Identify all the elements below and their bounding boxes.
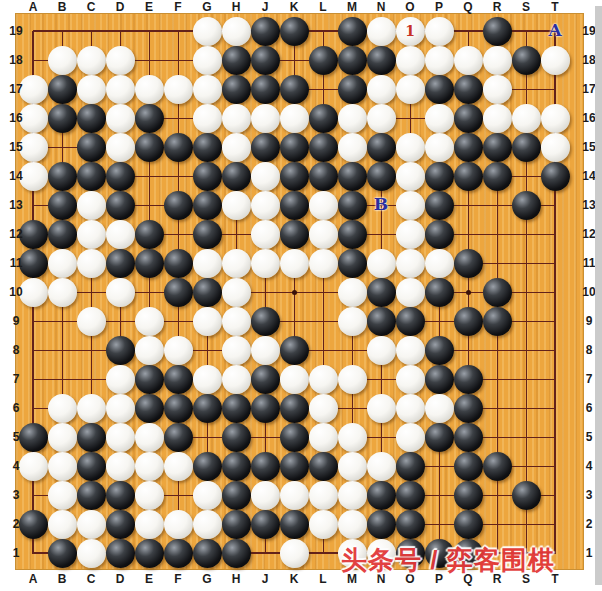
black-stone-C15 [77, 133, 106, 162]
black-stone-H6 [222, 394, 251, 423]
black-stone-F5 [164, 423, 193, 452]
column-label-top-M: M [347, 0, 357, 14]
star-point [466, 290, 471, 295]
white-stone-P11 [425, 249, 454, 278]
white-stone-L11 [309, 249, 338, 278]
column-label-bottom-H: H [232, 572, 241, 586]
white-stone-P18 [425, 46, 454, 75]
black-stone-K15 [280, 133, 309, 162]
column-label-top-B: B [58, 0, 67, 14]
column-label-bottom-C: C [87, 572, 96, 586]
black-stone-F10 [164, 278, 193, 307]
black-stone-E16 [135, 104, 164, 133]
black-stone-J4 [251, 452, 280, 481]
black-stone-G10 [193, 278, 222, 307]
black-stone-L16 [309, 104, 338, 133]
black-stone-M14 [338, 162, 367, 191]
goban[interactable]: 1AB [16, 14, 583, 569]
black-stone-L18 [309, 46, 338, 75]
white-stone-T15 [541, 133, 570, 162]
column-label-top-A: A [29, 0, 38, 14]
white-stone-M5 [338, 423, 367, 452]
white-stone-H19 [222, 17, 251, 46]
black-stone-Q3 [454, 481, 483, 510]
row-label-right-13: 13 [582, 198, 595, 212]
column-label-top-T: T [551, 0, 558, 14]
white-stone-B6 [48, 394, 77, 423]
black-stone-P14 [425, 162, 454, 191]
row-label-left-1: 1 [13, 546, 20, 560]
black-stone-F15 [164, 133, 193, 162]
column-label-top-O: O [405, 0, 414, 14]
black-stone-T14 [541, 162, 570, 191]
white-stone-O17 [396, 75, 425, 104]
black-stone-K12 [280, 220, 309, 249]
black-stone-F7 [164, 365, 193, 394]
white-stone-O11 [396, 249, 425, 278]
right-edge-strip [595, 6, 602, 585]
black-stone-J19 [251, 17, 280, 46]
column-label-top-N: N [377, 0, 386, 14]
white-stone-C13 [77, 191, 106, 220]
black-stone-D2 [106, 510, 135, 539]
black-stone-J6 [251, 394, 280, 423]
white-stone-E17 [135, 75, 164, 104]
column-label-bottom-F: F [174, 572, 181, 586]
white-stone-M7 [338, 365, 367, 394]
white-stone-D17 [106, 75, 135, 104]
white-stone-K1 [280, 539, 309, 568]
white-stone-T18 [541, 46, 570, 75]
black-stone-F6 [164, 394, 193, 423]
black-stone-B13 [48, 191, 77, 220]
black-stone-E11 [135, 249, 164, 278]
row-label-left-13: 13 [9, 198, 22, 212]
black-stone-S18 [512, 46, 541, 75]
black-stone-N10 [367, 278, 396, 307]
black-stone-C5 [77, 423, 106, 452]
row-label-right-8: 8 [586, 343, 593, 357]
white-stone-L5 [309, 423, 338, 452]
black-stone-M12 [338, 220, 367, 249]
black-stone-G13 [193, 191, 222, 220]
black-stone-K6 [280, 394, 309, 423]
black-stone-J18 [251, 46, 280, 75]
black-stone-Q17 [454, 75, 483, 104]
black-stone-J2 [251, 510, 280, 539]
black-stone-E6 [135, 394, 164, 423]
white-stone-L7 [309, 365, 338, 394]
white-stone-C1 [77, 539, 106, 568]
column-label-top-E: E [145, 0, 153, 14]
row-label-left-9: 9 [13, 314, 20, 328]
white-stone-D5 [106, 423, 135, 452]
column-label-top-S: S [522, 0, 530, 14]
white-stone-A4 [19, 452, 48, 481]
white-stone-R18 [483, 46, 512, 75]
move-number-1: 1 [405, 24, 415, 38]
white-stone-H13 [222, 191, 251, 220]
white-stone-M2 [338, 510, 367, 539]
row-label-right-10: 10 [582, 285, 595, 299]
black-stone-S13 [512, 191, 541, 220]
black-stone-K13 [280, 191, 309, 220]
black-stone-H1 [222, 539, 251, 568]
white-stone-E2 [135, 510, 164, 539]
black-stone-B16 [48, 104, 77, 133]
white-stone-C12 [77, 220, 106, 249]
black-stone-R4 [483, 452, 512, 481]
white-stone-L6 [309, 394, 338, 423]
white-stone-R17 [483, 75, 512, 104]
white-stone-P6 [425, 394, 454, 423]
column-label-top-R: R [493, 0, 502, 14]
star-point [292, 290, 297, 295]
white-stone-A15 [19, 133, 48, 162]
white-stone-E5 [135, 423, 164, 452]
white-stone-J3 [251, 481, 280, 510]
white-stone-D10 [106, 278, 135, 307]
black-stone-R15 [483, 133, 512, 162]
black-stone-E1 [135, 539, 164, 568]
row-label-right-18: 18 [582, 53, 595, 67]
white-stone-G3 [193, 481, 222, 510]
white-stone-J13 [251, 191, 280, 220]
black-stone-D14 [106, 162, 135, 191]
black-stone-H2 [222, 510, 251, 539]
column-label-top-P: P [435, 0, 443, 14]
white-stone-S16 [512, 104, 541, 133]
black-stone-K19 [280, 17, 309, 46]
white-stone-L13 [309, 191, 338, 220]
black-stone-M19 [338, 17, 367, 46]
black-stone-Q2 [454, 510, 483, 539]
row-label-right-3: 3 [586, 488, 593, 502]
black-stone-Q6 [454, 394, 483, 423]
column-label-top-Q: Q [463, 0, 472, 14]
row-label-right-7: 7 [586, 372, 593, 386]
white-stone-D12 [106, 220, 135, 249]
white-stone-N8 [367, 336, 396, 365]
black-stone-J7 [251, 365, 280, 394]
white-stone-M4 [338, 452, 367, 481]
black-stone-G4 [193, 452, 222, 481]
white-stone-L2 [309, 510, 338, 539]
column-label-top-L: L [319, 0, 326, 14]
white-stone-O7 [396, 365, 425, 394]
white-stone-O18 [396, 46, 425, 75]
black-stone-D1 [106, 539, 135, 568]
black-stone-B17 [48, 75, 77, 104]
white-stone-O13 [396, 191, 425, 220]
black-stone-A11 [19, 249, 48, 278]
white-stone-C6 [77, 394, 106, 423]
white-stone-O8 [396, 336, 425, 365]
white-stone-N6 [367, 394, 396, 423]
row-label-left-17: 17 [9, 82, 22, 96]
row-label-left-3: 3 [13, 488, 20, 502]
black-stone-N2 [367, 510, 396, 539]
white-stone-L3 [309, 481, 338, 510]
black-stone-C16 [77, 104, 106, 133]
white-stone-B11 [48, 249, 77, 278]
black-stone-O2 [396, 510, 425, 539]
black-stone-E7 [135, 365, 164, 394]
row-label-left-5: 5 [13, 430, 20, 444]
white-stone-F8 [164, 336, 193, 365]
column-label-bottom-G: G [202, 572, 211, 586]
black-stone-H17 [222, 75, 251, 104]
white-stone-G9 [193, 307, 222, 336]
row-label-left-19: 19 [9, 24, 22, 38]
white-stone-D15 [106, 133, 135, 162]
black-stone-R10 [483, 278, 512, 307]
white-stone-A10 [19, 278, 48, 307]
white-stone-N19 [367, 17, 396, 46]
black-stone-Q14 [454, 162, 483, 191]
white-stone-O12 [396, 220, 425, 249]
white-stone-J8 [251, 336, 280, 365]
black-stone-H4 [222, 452, 251, 481]
black-stone-H3 [222, 481, 251, 510]
white-stone-K16 [280, 104, 309, 133]
black-stone-C14 [77, 162, 106, 191]
white-stone-O10 [396, 278, 425, 307]
black-stone-P8 [425, 336, 454, 365]
white-stone-B2 [48, 510, 77, 539]
black-stone-L15 [309, 133, 338, 162]
column-label-bottom-K: K [290, 572, 299, 586]
black-stone-Q4 [454, 452, 483, 481]
black-stone-O4 [396, 452, 425, 481]
row-label-left-10: 10 [9, 285, 22, 299]
black-stone-B12 [48, 220, 77, 249]
white-stone-A14 [19, 162, 48, 191]
column-label-bottom-D: D [116, 572, 125, 586]
black-stone-L14 [309, 162, 338, 191]
white-stone-C17 [77, 75, 106, 104]
white-stone-D16 [106, 104, 135, 133]
black-stone-P12 [425, 220, 454, 249]
column-label-bottom-E: E [145, 572, 153, 586]
white-stone-H15 [222, 133, 251, 162]
white-stone-R16 [483, 104, 512, 133]
white-stone-J16 [251, 104, 280, 133]
white-stone-L12 [309, 220, 338, 249]
white-stone-M10 [338, 278, 367, 307]
white-stone-N16 [367, 104, 396, 133]
row-label-left-14: 14 [9, 169, 22, 183]
white-stone-H9 [222, 307, 251, 336]
go-diagram: 1AB AABBCCDDEEFFGGHHJJKKLLMMNNOOPPQQRRSS… [0, 0, 602, 591]
white-stone-K7 [280, 365, 309, 394]
black-stone-K5 [280, 423, 309, 452]
black-stone-N14 [367, 162, 396, 191]
black-stone-K4 [280, 452, 309, 481]
black-stone-K17 [280, 75, 309, 104]
column-label-bottom-A: A [29, 572, 38, 586]
column-label-bottom-J: J [262, 572, 269, 586]
black-stone-P17 [425, 75, 454, 104]
white-stone-Q18 [454, 46, 483, 75]
white-stone-G2 [193, 510, 222, 539]
column-label-top-K: K [290, 0, 299, 14]
row-label-left-4: 4 [13, 459, 20, 473]
black-stone-A12 [19, 220, 48, 249]
white-stone-J11 [251, 249, 280, 278]
black-stone-R19 [483, 17, 512, 46]
row-label-right-1: 1 [586, 546, 593, 560]
row-label-right-4: 4 [586, 459, 593, 473]
row-label-right-17: 17 [582, 82, 595, 96]
white-stone-D4 [106, 452, 135, 481]
column-label-top-J: J [262, 0, 269, 14]
white-stone-C18 [77, 46, 106, 75]
white-stone-J14 [251, 162, 280, 191]
row-label-right-15: 15 [582, 140, 595, 154]
black-stone-P7 [425, 365, 454, 394]
white-stone-O15 [396, 133, 425, 162]
column-label-top-C: C [87, 0, 96, 14]
white-stone-H10 [222, 278, 251, 307]
column-label-top-H: H [232, 0, 241, 14]
black-stone-Q11 [454, 249, 483, 278]
black-stone-M13 [338, 191, 367, 220]
white-stone-H7 [222, 365, 251, 394]
white-stone-B5 [48, 423, 77, 452]
white-stone-G16 [193, 104, 222, 133]
white-stone-M16 [338, 104, 367, 133]
black-stone-K2 [280, 510, 309, 539]
black-stone-B1 [48, 539, 77, 568]
white-stone-K3 [280, 481, 309, 510]
black-stone-Q15 [454, 133, 483, 162]
column-label-top-G: G [202, 0, 211, 14]
black-stone-M11 [338, 249, 367, 278]
white-stone-T16 [541, 104, 570, 133]
black-stone-A2 [19, 510, 48, 539]
row-label-right-2: 2 [586, 517, 593, 531]
white-stone-M3 [338, 481, 367, 510]
white-stone-F4 [164, 452, 193, 481]
white-stone-G11 [193, 249, 222, 278]
row-label-right-12: 12 [582, 227, 595, 241]
black-stone-E12 [135, 220, 164, 249]
white-stone-H8 [222, 336, 251, 365]
white-stone-G19 [193, 17, 222, 46]
black-stone-D11 [106, 249, 135, 278]
white-stone-K11 [280, 249, 309, 278]
row-label-left-16: 16 [9, 111, 22, 125]
black-stone-S15 [512, 133, 541, 162]
white-stone-D18 [106, 46, 135, 75]
white-stone-E8 [135, 336, 164, 365]
black-stone-H5 [222, 423, 251, 452]
white-stone-H11 [222, 249, 251, 278]
row-label-left-8: 8 [13, 343, 20, 357]
black-stone-H18 [222, 46, 251, 75]
black-stone-P10 [425, 278, 454, 307]
point-label-A: A [548, 22, 561, 39]
row-label-left-12: 12 [9, 227, 22, 241]
white-stone-D6 [106, 394, 135, 423]
white-stone-B18 [48, 46, 77, 75]
black-stone-A5 [19, 423, 48, 452]
white-stone-E4 [135, 452, 164, 481]
white-stone-H16 [222, 104, 251, 133]
black-stone-J15 [251, 133, 280, 162]
black-stone-R14 [483, 162, 512, 191]
black-stone-K14 [280, 162, 309, 191]
white-stone-G7 [193, 365, 222, 394]
black-stone-P13 [425, 191, 454, 220]
white-stone-M15 [338, 133, 367, 162]
white-stone-B10 [48, 278, 77, 307]
white-stone-C9 [77, 307, 106, 336]
black-stone-G15 [193, 133, 222, 162]
white-stone-C11 [77, 249, 106, 278]
row-label-right-11: 11 [583, 256, 596, 270]
black-stone-D13 [106, 191, 135, 220]
black-stone-C4 [77, 452, 106, 481]
column-label-bottom-L: L [319, 572, 326, 586]
black-stone-G6 [193, 394, 222, 423]
black-stone-F11 [164, 249, 193, 278]
white-stone-G18 [193, 46, 222, 75]
row-label-left-6: 6 [13, 401, 20, 415]
white-stone-P19 [425, 17, 454, 46]
white-stone-D7 [106, 365, 135, 394]
black-stone-G14 [193, 162, 222, 191]
row-label-left-11: 11 [10, 256, 23, 270]
white-stone-F17 [164, 75, 193, 104]
black-stone-D8 [106, 336, 135, 365]
white-stone-E9 [135, 307, 164, 336]
black-stone-H14 [222, 162, 251, 191]
row-label-left-15: 15 [9, 140, 22, 154]
white-stone-G17 [193, 75, 222, 104]
row-label-right-14: 14 [582, 169, 595, 183]
white-stone-O6 [396, 394, 425, 423]
black-stone-D3 [106, 481, 135, 510]
white-stone-O5 [396, 423, 425, 452]
white-stone-B3 [48, 481, 77, 510]
black-stone-P5 [425, 423, 454, 452]
white-stone-M9 [338, 307, 367, 336]
black-stone-N9 [367, 307, 396, 336]
black-stone-G1 [193, 539, 222, 568]
row-label-left-7: 7 [13, 372, 20, 386]
white-stone-C2 [77, 510, 106, 539]
row-label-right-6: 6 [586, 401, 593, 415]
white-stone-J12 [251, 220, 280, 249]
black-stone-O9 [396, 307, 425, 336]
black-stone-Q5 [454, 423, 483, 452]
watermark: 头条号 / 弈客围棋 [341, 543, 555, 578]
white-stone-A16 [19, 104, 48, 133]
white-stone-B4 [48, 452, 77, 481]
black-stone-E15 [135, 133, 164, 162]
black-stone-B14 [48, 162, 77, 191]
black-stone-K8 [280, 336, 309, 365]
black-stone-O3 [396, 481, 425, 510]
black-stone-J17 [251, 75, 280, 104]
column-label-top-D: D [116, 0, 125, 14]
black-stone-F1 [164, 539, 193, 568]
black-stone-N3 [367, 481, 396, 510]
black-stone-Q9 [454, 307, 483, 336]
black-stone-N18 [367, 46, 396, 75]
